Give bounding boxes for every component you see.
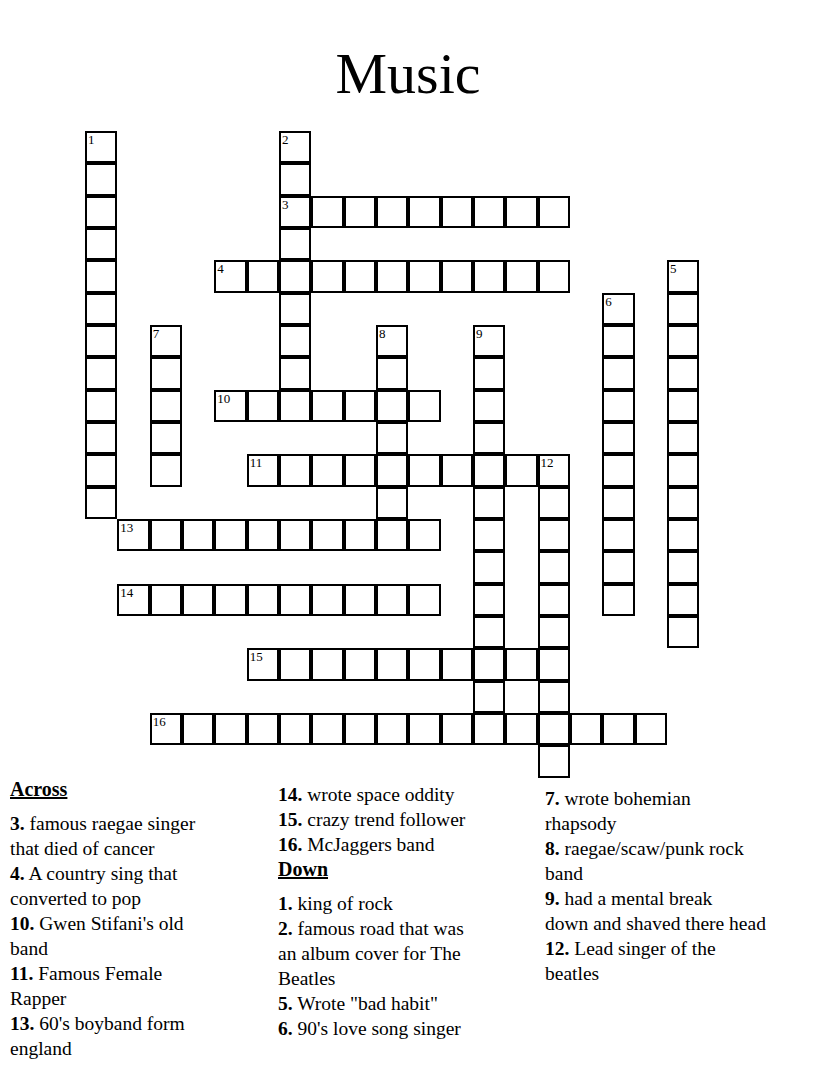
grid-cell[interactable] [473, 648, 505, 680]
grid-cell[interactable]: 10 [214, 390, 246, 422]
grid-cell[interactable]: 9 [473, 325, 505, 357]
grid-cell[interactable] [85, 260, 117, 292]
grid-cell[interactable] [602, 357, 634, 389]
grid-cell[interactable] [376, 260, 408, 292]
grid-cell[interactable] [441, 648, 473, 680]
grid-cell[interactable] [408, 390, 440, 422]
clue-3: 3. famous raegae singerthat died of canc… [10, 811, 276, 861]
grid-cell[interactable] [667, 551, 699, 583]
grid-cell[interactable]: 2 [279, 131, 311, 163]
grid-cell[interactable] [376, 519, 408, 551]
grid-cell[interactable] [214, 519, 246, 551]
cell-clue-number: 5 [670, 262, 677, 275]
clue-column-left: Across3. famous raegae singerthat died o… [10, 777, 276, 1061]
grid-cell[interactable] [602, 487, 634, 519]
grid-cell[interactable] [473, 454, 505, 486]
grid-cell[interactable] [667, 325, 699, 357]
grid-cell[interactable] [408, 713, 440, 745]
grid-cell[interactable] [150, 584, 182, 616]
grid-cell[interactable] [408, 648, 440, 680]
clue-number: 16. [278, 834, 302, 855]
grid-cell[interactable] [150, 357, 182, 389]
grid-cell[interactable] [667, 390, 699, 422]
grid-cell[interactable] [505, 454, 537, 486]
grid-cell[interactable] [85, 293, 117, 325]
grid-cell[interactable] [85, 487, 117, 519]
grid-cell[interactable]: 14 [117, 584, 149, 616]
grid-cell[interactable] [505, 713, 537, 745]
grid-cell[interactable] [150, 422, 182, 454]
grid-cell[interactable]: 6 [602, 293, 634, 325]
grid-cell[interactable] [602, 422, 634, 454]
grid-cell[interactable]: 13 [117, 519, 149, 551]
cell-clue-number: 8 [379, 327, 386, 340]
grid-cell[interactable] [538, 713, 570, 745]
clue-number: 13. [10, 1013, 34, 1034]
grid-cell[interactable]: 5 [667, 260, 699, 292]
grid-cell[interactable] [344, 454, 376, 486]
grid-cell[interactable] [279, 454, 311, 486]
clue-number: 1. [278, 893, 293, 914]
grid-cell[interactable] [344, 648, 376, 680]
grid-cell[interactable] [85, 357, 117, 389]
grid-cell[interactable]: 16 [150, 713, 182, 745]
cell-clue-number: 7 [153, 327, 160, 340]
grid-cell[interactable] [311, 196, 343, 228]
clue-1: 1. king of rock [278, 891, 543, 916]
grid-cell[interactable] [279, 228, 311, 260]
grid-cell[interactable] [667, 487, 699, 519]
crossword-grid: 12345678910111213141516 [85, 131, 701, 779]
clue-number: 9. [545, 888, 560, 909]
grid-cell[interactable] [247, 390, 279, 422]
clue-number: 3. [10, 813, 25, 834]
grid-cell[interactable] [538, 616, 570, 648]
grid-cell[interactable] [214, 713, 246, 745]
grid-cell[interactable] [602, 519, 634, 551]
grid-cell[interactable] [279, 390, 311, 422]
grid-cell[interactable] [505, 260, 537, 292]
grid-cell[interactable] [441, 454, 473, 486]
cell-clue-number: 3 [282, 198, 289, 211]
clue-8: 8. raegae/scaw/punk rockband [545, 836, 816, 886]
clue-number: 4. [10, 863, 25, 884]
grid-cell[interactable] [667, 293, 699, 325]
grid-cell[interactable] [473, 713, 505, 745]
grid-cell[interactable]: 4 [214, 260, 246, 292]
clue-6: 6. 90's love song singer [278, 1016, 543, 1041]
grid-cell[interactable] [441, 260, 473, 292]
cell-clue-number: 4 [217, 262, 224, 275]
grid-cell[interactable] [473, 487, 505, 519]
cell-clue-number: 1 [88, 133, 95, 146]
grid-cell[interactable] [247, 584, 279, 616]
grid-cell[interactable] [538, 648, 570, 680]
cell-clue-number: 9 [476, 327, 483, 340]
clue-number: 10. [10, 913, 34, 934]
grid-cell[interactable] [602, 390, 634, 422]
grid-cell[interactable]: 11 [247, 454, 279, 486]
grid-cell[interactable] [667, 454, 699, 486]
cell-clue-number: 6 [605, 295, 612, 308]
grid-cell[interactable] [538, 196, 570, 228]
clue-number: 5. [278, 993, 293, 1014]
cell-clue-number: 14 [120, 586, 133, 599]
grid-cell[interactable] [635, 713, 667, 745]
grid-cell[interactable] [247, 713, 279, 745]
crossword-page: { "title": "Music", "game": "crossword",… [0, 0, 816, 1083]
clue-11: 11. Famous FemaleRapper [10, 961, 276, 1011]
clue-4: 4. A country sing thatconverted to pop [10, 861, 276, 911]
clue-column-right: 7. wrote bohemianrhapsody8. raegae/scaw/… [545, 786, 816, 986]
grid-cell[interactable] [150, 390, 182, 422]
puzzle-title: Music [0, 45, 816, 103]
clue-9: 9. had a mental breakdown and shaved the… [545, 886, 816, 936]
grid-cell[interactable] [408, 196, 440, 228]
grid-cell[interactable] [441, 713, 473, 745]
grid-cell[interactable] [473, 357, 505, 389]
clue-column-middle: 14. wrote space oddity15. crazy trend fo… [278, 782, 543, 1041]
grid-cell[interactable] [473, 616, 505, 648]
grid-cell[interactable] [505, 648, 537, 680]
grid-cell[interactable] [538, 745, 570, 777]
grid-cell[interactable] [376, 357, 408, 389]
grid-cell[interactable] [344, 260, 376, 292]
cell-clue-number: 16 [153, 715, 166, 728]
grid-cell[interactable] [344, 519, 376, 551]
grid-cell[interactable] [667, 584, 699, 616]
grid-cell[interactable] [570, 713, 602, 745]
clue-number: 6. [278, 1018, 293, 1039]
grid-cell[interactable] [214, 584, 246, 616]
grid-cell[interactable] [408, 260, 440, 292]
grid-cell[interactable]: 8 [376, 325, 408, 357]
grid-cell[interactable] [667, 357, 699, 389]
cell-clue-number: 13 [120, 521, 133, 534]
grid-cell[interactable] [247, 519, 279, 551]
grid-cell[interactable] [602, 713, 634, 745]
grid-cell[interactable] [376, 422, 408, 454]
grid-cell[interactable] [85, 325, 117, 357]
clue-number: 2. [278, 918, 293, 939]
grid-cell[interactable] [85, 454, 117, 486]
grid-cell[interactable] [473, 390, 505, 422]
grid-cell[interactable] [279, 293, 311, 325]
clue-10: 10. Gwen Stifani's oldband [10, 911, 276, 961]
grid-cell[interactable] [279, 163, 311, 195]
grid-cell[interactable]: 1 [85, 131, 117, 163]
grid-cell[interactable] [505, 196, 537, 228]
grid-cell[interactable] [408, 584, 440, 616]
grid-cell[interactable]: 3 [279, 196, 311, 228]
grid-cell[interactable] [538, 681, 570, 713]
grid-cell[interactable] [441, 196, 473, 228]
grid-cell[interactable]: 7 [150, 325, 182, 357]
grid-cell[interactable] [279, 519, 311, 551]
grid-cell[interactable] [376, 713, 408, 745]
cell-clue-number: 2 [282, 133, 289, 146]
grid-cell[interactable] [538, 551, 570, 583]
grid-cell[interactable] [182, 584, 214, 616]
grid-cell[interactable] [538, 487, 570, 519]
grid-cell[interactable]: 15 [247, 648, 279, 680]
clue-number: 7. [545, 788, 560, 809]
grid-cell[interactable] [279, 260, 311, 292]
grid-cell[interactable] [344, 584, 376, 616]
cell-clue-number: 11 [250, 456, 263, 469]
grid-cell[interactable] [279, 325, 311, 357]
grid-cell[interactable] [247, 260, 279, 292]
grid-cell[interactable] [311, 713, 343, 745]
grid-cell[interactable] [473, 422, 505, 454]
clue-12: 12. Lead singer of thebeatles [545, 936, 816, 986]
grid-cell[interactable] [473, 681, 505, 713]
clue-2: 2. famous road that wasan album cover fo… [278, 916, 543, 991]
grid-cell[interactable] [408, 454, 440, 486]
clue-16: 16. McJaggers band [278, 832, 543, 857]
grid-cell[interactable] [667, 519, 699, 551]
grid-cell[interactable] [85, 228, 117, 260]
grid-cell[interactable] [311, 454, 343, 486]
grid-cell[interactable] [85, 422, 117, 454]
grid-cell[interactable] [376, 648, 408, 680]
grid-cell[interactable] [344, 713, 376, 745]
grid-cell[interactable] [344, 390, 376, 422]
grid-cell[interactable]: 12 [538, 454, 570, 486]
clue-13: 13. 60's boyband formengland [10, 1011, 276, 1061]
grid-cell[interactable] [602, 325, 634, 357]
grid-cell[interactable] [538, 584, 570, 616]
grid-cell[interactable] [408, 519, 440, 551]
grid-cell[interactable] [150, 454, 182, 486]
clue-5: 5. Wrote "bad habit" [278, 991, 543, 1016]
grid-cell[interactable] [376, 454, 408, 486]
grid-cell[interactable] [311, 648, 343, 680]
grid-cell[interactable] [182, 519, 214, 551]
cell-clue-number: 15 [250, 650, 263, 663]
cell-clue-number: 12 [541, 456, 554, 469]
grid-cell[interactable] [182, 713, 214, 745]
grid-cell[interactable] [473, 260, 505, 292]
grid-cell[interactable] [279, 357, 311, 389]
grid-cell[interactable] [85, 390, 117, 422]
grid-cell[interactable] [473, 584, 505, 616]
grid-cell[interactable] [376, 584, 408, 616]
clue-15: 15. crazy trend follower [278, 807, 543, 832]
grid-cell[interactable] [473, 551, 505, 583]
clue-number: 8. [545, 838, 560, 859]
grid-cell[interactable] [85, 163, 117, 195]
grid-cell[interactable] [311, 260, 343, 292]
grid-cell[interactable] [376, 487, 408, 519]
clue-number: 11. [10, 963, 33, 984]
grid-cell[interactable] [279, 584, 311, 616]
grid-cell[interactable] [376, 390, 408, 422]
grid-cell[interactable] [473, 196, 505, 228]
grid-cell[interactable] [602, 454, 634, 486]
grid-cell[interactable] [602, 551, 634, 583]
grid-cell[interactable] [279, 648, 311, 680]
grid-cell[interactable] [311, 390, 343, 422]
clue-14: 14. wrote space oddity [278, 782, 543, 807]
grid-cell[interactable] [667, 422, 699, 454]
grid-cell[interactable] [85, 196, 117, 228]
grid-cell[interactable] [376, 196, 408, 228]
clues-section-header-down: Down [278, 857, 543, 882]
grid-cell[interactable] [602, 584, 634, 616]
clue-number: 12. [545, 938, 569, 959]
grid-cell[interactable] [279, 713, 311, 745]
grid-cell[interactable] [538, 519, 570, 551]
clue-number: 15. [278, 809, 302, 830]
grid-cell[interactable] [311, 584, 343, 616]
clue-7: 7. wrote bohemianrhapsody [545, 786, 816, 836]
grid-cell[interactable] [538, 260, 570, 292]
clue-number: 14. [278, 784, 302, 805]
grid-cell[interactable] [150, 519, 182, 551]
grid-cell[interactable] [667, 616, 699, 648]
grid-cell[interactable] [344, 196, 376, 228]
cell-clue-number: 10 [217, 392, 230, 405]
clues-section-header-across: Across [10, 777, 276, 802]
grid-cell[interactable] [473, 519, 505, 551]
grid-cell[interactable] [311, 519, 343, 551]
